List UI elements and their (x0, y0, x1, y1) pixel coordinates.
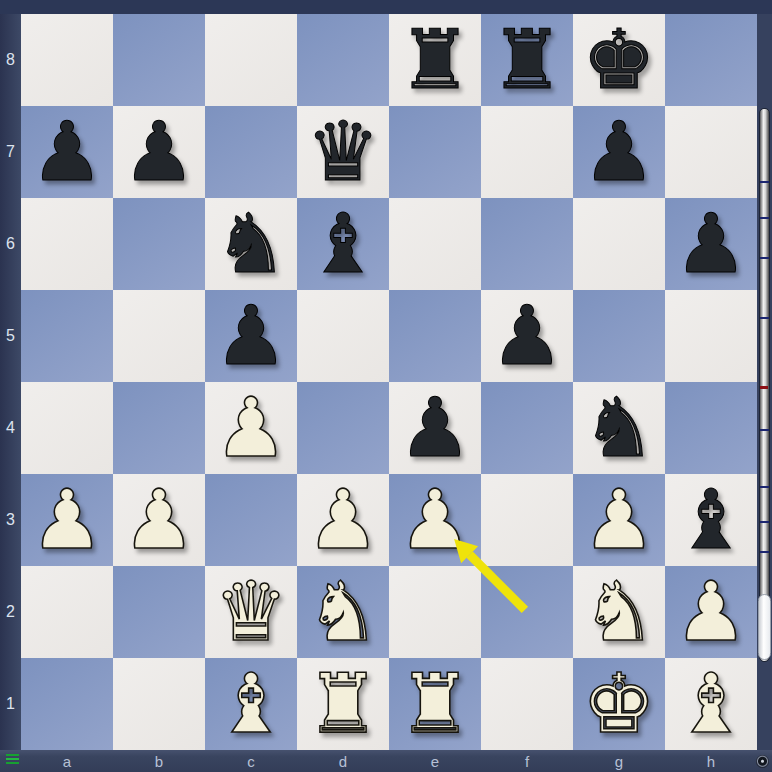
eval-center-mark (760, 386, 768, 389)
square-e7[interactable] (389, 106, 481, 198)
black-knight-g4[interactable]: ♞ (582, 382, 656, 474)
file-label-d: d (297, 750, 389, 772)
menu-icon[interactable] (6, 754, 19, 767)
square-e8[interactable]: ♜ (389, 14, 481, 106)
square-d7[interactable]: ♛ (297, 106, 389, 198)
black-rook-e8[interactable]: ♜ (398, 14, 472, 106)
square-d3[interactable]: ♟ (297, 474, 389, 566)
square-c7[interactable] (205, 106, 297, 198)
square-c5[interactable]: ♟ (205, 290, 297, 382)
white-pawn-c4[interactable]: ♟ (214, 382, 288, 474)
square-c1[interactable]: ♝ (205, 658, 297, 750)
rank-label-1: 1 (0, 658, 21, 750)
rank-label-5: 5 (0, 290, 21, 382)
white-pawn-g3[interactable]: ♟ (582, 474, 656, 566)
square-h7[interactable] (665, 106, 757, 198)
eval-tick (760, 521, 769, 523)
square-e1[interactable]: ♜ (389, 658, 481, 750)
chess-board: ♜♜♚♟♟♛♟♞♝♟♟♟♟♟♞♟♟♟♟♟♝♛♞♞♟♝♜♜♚♝ (21, 14, 757, 750)
square-f7[interactable] (481, 106, 573, 198)
eval-tick (760, 181, 769, 183)
rank-label-2: 2 (0, 566, 21, 658)
rank-label-8: 8 (0, 14, 21, 106)
square-a2[interactable] (21, 566, 113, 658)
square-b1[interactable] (113, 658, 205, 750)
square-d5[interactable] (297, 290, 389, 382)
black-pawn-a7[interactable]: ♟ (30, 106, 104, 198)
square-h6[interactable]: ♟ (665, 198, 757, 290)
square-c4[interactable]: ♟ (205, 382, 297, 474)
file-label-e: e (389, 750, 481, 772)
square-e4[interactable]: ♟ (389, 382, 481, 474)
eval-tick (760, 217, 769, 219)
black-queen-d7[interactable]: ♛ (306, 106, 380, 198)
white-pawn-a3[interactable]: ♟ (30, 474, 104, 566)
square-b3[interactable]: ♟ (113, 474, 205, 566)
white-rook-e1[interactable]: ♜ (398, 658, 472, 750)
square-d4[interactable] (297, 382, 389, 474)
square-a4[interactable] (21, 382, 113, 474)
square-g8[interactable]: ♚ (573, 14, 665, 106)
white-pawn-d3[interactable]: ♟ (306, 474, 380, 566)
square-f8[interactable]: ♜ (481, 14, 573, 106)
black-pawn-h6[interactable]: ♟ (674, 198, 748, 290)
square-b5[interactable] (113, 290, 205, 382)
evaluation-slider-thumb[interactable] (758, 594, 771, 660)
square-g2[interactable]: ♞ (573, 566, 665, 658)
square-a6[interactable] (21, 198, 113, 290)
file-labels: abcdefgh (21, 750, 757, 772)
square-d8[interactable] (297, 14, 389, 106)
eval-tick (760, 257, 769, 259)
square-f3[interactable] (481, 474, 573, 566)
white-pawn-h2[interactable]: ♟ (674, 566, 748, 658)
square-d6[interactable]: ♝ (297, 198, 389, 290)
square-e5[interactable] (389, 290, 481, 382)
white-pawn-e3[interactable]: ♟ (398, 474, 472, 566)
square-a5[interactable] (21, 290, 113, 382)
square-c8[interactable] (205, 14, 297, 106)
square-b4[interactable] (113, 382, 205, 474)
square-a8[interactable] (21, 14, 113, 106)
square-d2[interactable]: ♞ (297, 566, 389, 658)
white-knight-g2[interactable]: ♞ (582, 566, 656, 658)
square-b6[interactable] (113, 198, 205, 290)
square-e6[interactable] (389, 198, 481, 290)
square-f5[interactable]: ♟ (481, 290, 573, 382)
white-queen-c2[interactable]: ♛ (214, 566, 288, 658)
square-c6[interactable]: ♞ (205, 198, 297, 290)
white-king-g1[interactable]: ♚ (582, 658, 656, 750)
black-pawn-f5[interactable]: ♟ (490, 290, 564, 382)
square-a1[interactable] (21, 658, 113, 750)
square-g6[interactable] (573, 198, 665, 290)
square-h1[interactable]: ♝ (665, 658, 757, 750)
square-g7[interactable]: ♟ (573, 106, 665, 198)
square-a3[interactable]: ♟ (21, 474, 113, 566)
square-e3[interactable]: ♟ (389, 474, 481, 566)
black-knight-c6[interactable]: ♞ (214, 198, 288, 290)
square-f1[interactable] (481, 658, 573, 750)
white-bishop-h1[interactable]: ♝ (674, 658, 748, 750)
file-label-a: a (21, 750, 113, 772)
file-label-g: g (573, 750, 665, 772)
square-h2[interactable]: ♟ (665, 566, 757, 658)
square-d1[interactable]: ♜ (297, 658, 389, 750)
square-c3[interactable] (205, 474, 297, 566)
rank-labels: 87654321 (0, 14, 21, 750)
rank-label-4: 4 (0, 382, 21, 474)
black-pawn-g7[interactable]: ♟ (582, 106, 656, 198)
evaluation-slider-track[interactable] (759, 108, 770, 662)
eval-tick (760, 551, 769, 553)
rank-label-7: 7 (0, 106, 21, 198)
square-c2[interactable]: ♛ (205, 566, 297, 658)
square-g1[interactable]: ♚ (573, 658, 665, 750)
rank-label-6: 6 (0, 198, 21, 290)
square-h4[interactable] (665, 382, 757, 474)
file-label-b: b (113, 750, 205, 772)
rank-label-3: 3 (0, 474, 21, 566)
file-label-c: c (205, 750, 297, 772)
black-pawn-c5[interactable]: ♟ (214, 290, 288, 382)
square-h3[interactable]: ♝ (665, 474, 757, 566)
eval-tick (760, 317, 769, 319)
square-h8[interactable] (665, 14, 757, 106)
square-a7[interactable]: ♟ (21, 106, 113, 198)
file-label-f: f (481, 750, 573, 772)
square-g3[interactable]: ♟ (573, 474, 665, 566)
record-icon[interactable] (756, 755, 769, 768)
square-h5[interactable] (665, 290, 757, 382)
square-g4[interactable]: ♞ (573, 382, 665, 474)
black-king-g8[interactable]: ♚ (582, 14, 656, 106)
file-label-h: h (665, 750, 757, 772)
eval-tick (760, 486, 769, 488)
white-pawn-b3[interactable]: ♟ (122, 474, 196, 566)
white-bishop-c1[interactable]: ♝ (214, 658, 288, 750)
square-f4[interactable] (481, 382, 573, 474)
square-f6[interactable] (481, 198, 573, 290)
square-f2[interactable] (481, 566, 573, 658)
square-e2[interactable] (389, 566, 481, 658)
black-bishop-d6[interactable]: ♝ (306, 198, 380, 290)
white-rook-d1[interactable]: ♜ (306, 658, 380, 750)
black-rook-f8[interactable]: ♜ (490, 14, 564, 106)
square-b8[interactable] (113, 14, 205, 106)
black-pawn-b7[interactable]: ♟ (122, 106, 196, 198)
chess-app-window: ♜♜♚♟♟♛♟♞♝♟♟♟♟♟♞♟♟♟♟♟♝♛♞♞♟♝♜♜♚♝ 87654321 … (0, 0, 772, 772)
top-frame (0, 0, 772, 14)
white-knight-d2[interactable]: ♞ (306, 566, 380, 658)
square-b2[interactable] (113, 566, 205, 658)
black-pawn-e4[interactable]: ♟ (398, 382, 472, 474)
square-b7[interactable]: ♟ (113, 106, 205, 198)
black-bishop-h3[interactable]: ♝ (674, 474, 748, 566)
eval-tick (760, 429, 769, 431)
square-g5[interactable] (573, 290, 665, 382)
